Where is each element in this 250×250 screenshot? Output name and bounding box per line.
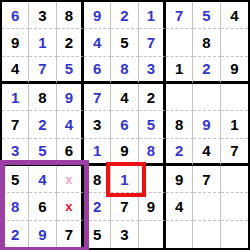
cell-r9c8[interactable]	[193, 221, 220, 248]
cell-r8c4[interactable]: 2	[84, 193, 111, 220]
cell-r6c1[interactable]: 3	[2, 139, 29, 166]
cell-r3c3[interactable]: 5	[57, 57, 84, 84]
cell-r5c9[interactable]: 1	[221, 111, 248, 138]
cell-r2c4[interactable]: 4	[84, 29, 111, 56]
cell-r4c3[interactable]: 9	[57, 84, 84, 111]
cell-r9c3[interactable]: 7	[57, 221, 84, 248]
cell-r4c7[interactable]	[166, 84, 193, 111]
cell-r2c6[interactable]: 7	[139, 29, 166, 56]
cell-r5c5[interactable]: 6	[111, 111, 138, 138]
cell-r8c9[interactable]	[221, 193, 248, 220]
cell-r1c9[interactable]: 4	[221, 2, 248, 29]
cell-r8c3[interactable]: x	[57, 193, 84, 220]
cell-r7c1[interactable]: 5	[2, 166, 29, 193]
cell-r8c8[interactable]	[193, 193, 220, 220]
cell-r6c2[interactable]: 5	[29, 139, 56, 166]
cell-r9c2[interactable]: 9	[29, 221, 56, 248]
cell-r5c6[interactable]: 5	[139, 111, 166, 138]
cell-r9c4[interactable]: 5	[84, 221, 111, 248]
cell-r5c8[interactable]: 9	[193, 111, 220, 138]
cell-r6c9[interactable]: 7	[221, 139, 248, 166]
cell-r3c1[interactable]: 4	[2, 57, 29, 84]
cell-r9c7[interactable]	[166, 221, 193, 248]
cell-r4c1[interactable]: 1	[2, 84, 29, 111]
cell-r2c3[interactable]: 2	[57, 29, 84, 56]
cell-r5c3[interactable]: 4	[57, 111, 84, 138]
sudoku-board: 6389217549124578475683129189742724365891…	[0, 0, 250, 250]
cell-r4c5[interactable]: 4	[111, 84, 138, 111]
cell-r5c7[interactable]: 8	[166, 111, 193, 138]
cell-r7c3[interactable]: x	[57, 166, 84, 193]
cell-r2c2[interactable]: 1	[29, 29, 56, 56]
cell-r2c8[interactable]: 8	[193, 29, 220, 56]
cell-r6c6[interactable]: 8	[139, 139, 166, 166]
cell-r3c9[interactable]: 9	[221, 57, 248, 84]
cell-r8c7[interactable]: 4	[166, 193, 193, 220]
cell-r8c2[interactable]: 6	[29, 193, 56, 220]
cell-r4c4[interactable]: 7	[84, 84, 111, 111]
cell-r1c5[interactable]: 2	[111, 2, 138, 29]
cell-r7c6[interactable]	[139, 166, 166, 193]
cell-r6c5[interactable]: 9	[111, 139, 138, 166]
cell-r1c2[interactable]: 3	[29, 2, 56, 29]
cell-r3c2[interactable]: 7	[29, 57, 56, 84]
cell-r6c3[interactable]: 6	[57, 139, 84, 166]
cell-r1c7[interactable]: 7	[166, 2, 193, 29]
cell-r7c5[interactable]: 1	[111, 166, 138, 193]
cell-r5c1[interactable]: 7	[2, 111, 29, 138]
cell-r8c5[interactable]: 7	[111, 193, 138, 220]
cell-r6c4[interactable]: 1	[84, 139, 111, 166]
cell-r2c1[interactable]: 9	[2, 29, 29, 56]
cell-r4c8[interactable]	[193, 84, 220, 111]
cell-r5c2[interactable]: 2	[29, 111, 56, 138]
cell-r6c8[interactable]: 4	[193, 139, 220, 166]
cell-r4c2[interactable]: 8	[29, 84, 56, 111]
cell-r3c6[interactable]: 3	[139, 57, 166, 84]
cell-r4c9[interactable]	[221, 84, 248, 111]
cell-r3c4[interactable]: 6	[84, 57, 111, 84]
cell-r1c8[interactable]: 5	[193, 2, 220, 29]
cell-r3c5[interactable]: 8	[111, 57, 138, 84]
cell-r1c3[interactable]: 8	[57, 2, 84, 29]
cell-r1c6[interactable]: 1	[139, 2, 166, 29]
cell-r6c7[interactable]: 2	[166, 139, 193, 166]
cell-r3c7[interactable]: 1	[166, 57, 193, 84]
cell-r2c5[interactable]: 5	[111, 29, 138, 56]
cell-r1c4[interactable]: 9	[84, 2, 111, 29]
cell-r9c9[interactable]	[221, 221, 248, 248]
cell-r8c6[interactable]: 9	[139, 193, 166, 220]
cell-r7c9[interactable]	[221, 166, 248, 193]
cell-r9c5[interactable]: 3	[111, 221, 138, 248]
cell-r2c9[interactable]	[221, 29, 248, 56]
cell-r8c1[interactable]: 8	[2, 193, 29, 220]
cell-r7c7[interactable]: 9	[166, 166, 193, 193]
cell-r5c4[interactable]: 3	[84, 111, 111, 138]
cell-r2c7[interactable]	[166, 29, 193, 56]
cell-r9c6[interactable]	[139, 221, 166, 248]
cell-r4c6[interactable]: 2	[139, 84, 166, 111]
cell-r1c1[interactable]: 6	[2, 2, 29, 29]
cell-r3c8[interactable]: 2	[193, 57, 220, 84]
cell-r7c2[interactable]: 4	[29, 166, 56, 193]
cell-r9c1[interactable]: 2	[2, 221, 29, 248]
cell-r7c8[interactable]: 7	[193, 166, 220, 193]
cell-r7c4[interactable]: 8	[84, 166, 111, 193]
